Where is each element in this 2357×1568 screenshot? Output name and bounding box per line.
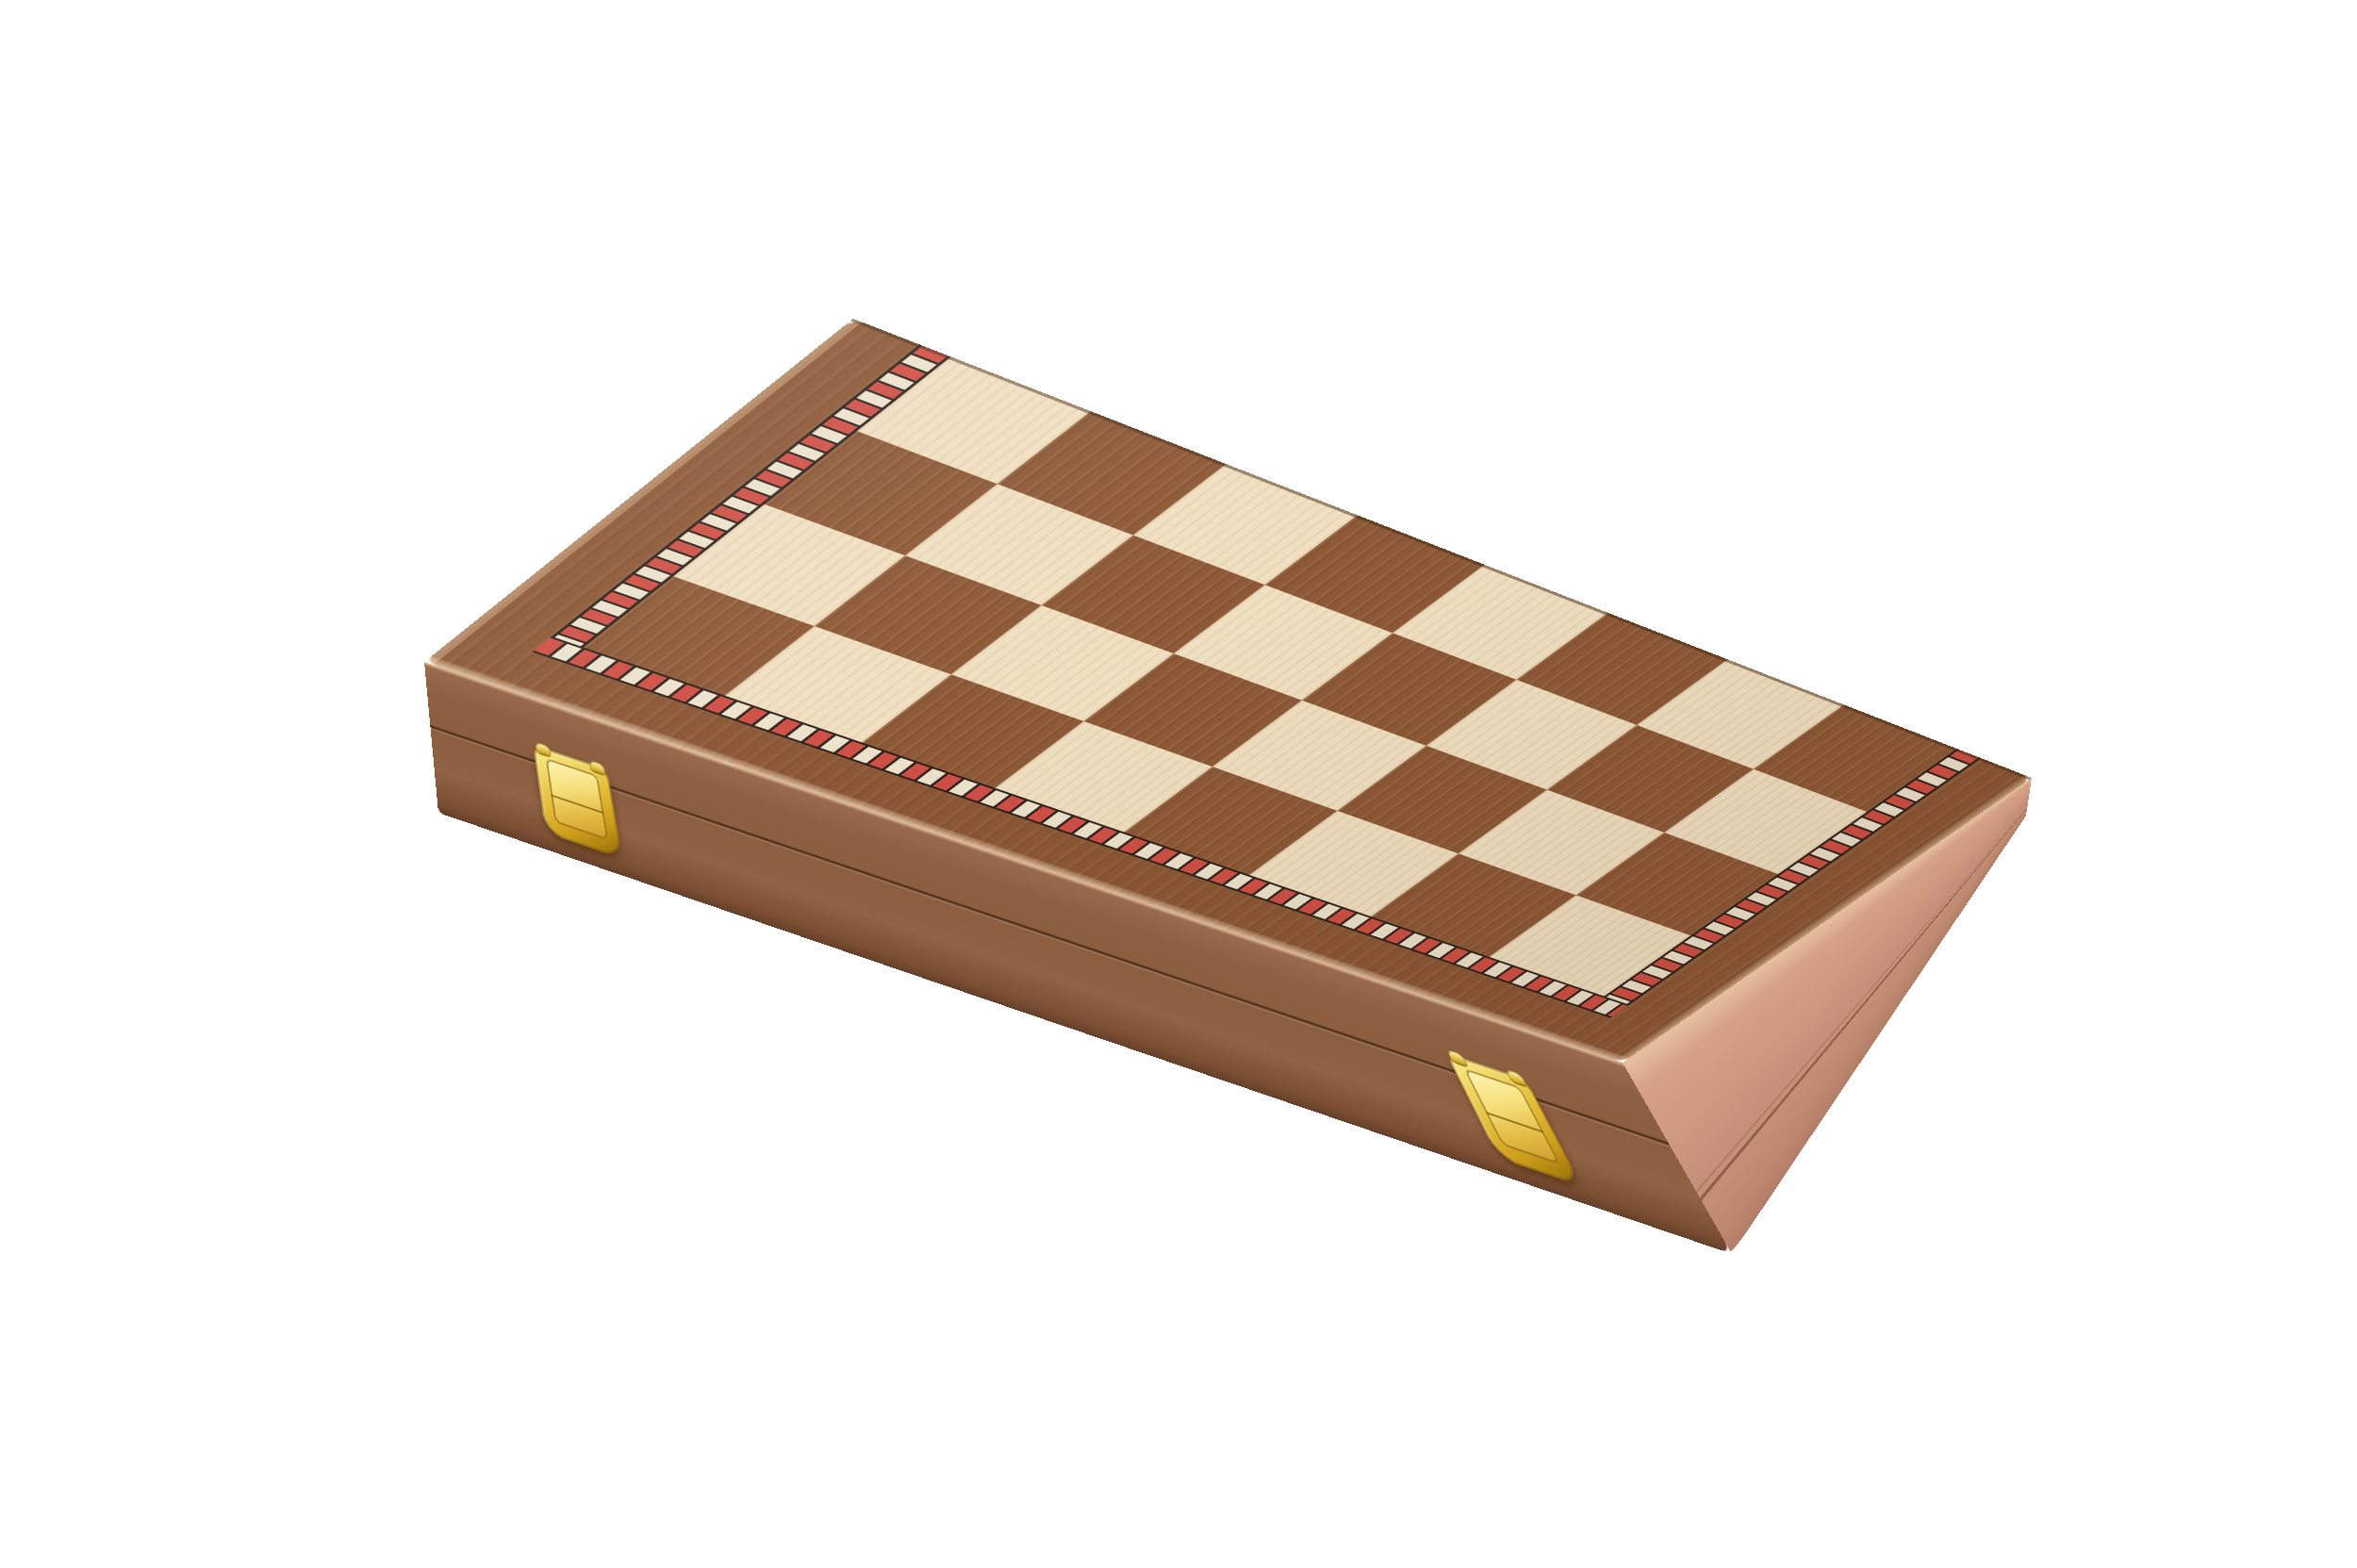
brass-clasp-right bbox=[1445, 1052, 1583, 1187]
product-photo-scene bbox=[0, 0, 2357, 1568]
clasp-hinge-tab bbox=[535, 742, 552, 759]
brass-clasp-left bbox=[533, 744, 623, 859]
clasp-plate bbox=[1463, 1068, 1560, 1165]
clasp-hinge-tab bbox=[1446, 1048, 1469, 1067]
